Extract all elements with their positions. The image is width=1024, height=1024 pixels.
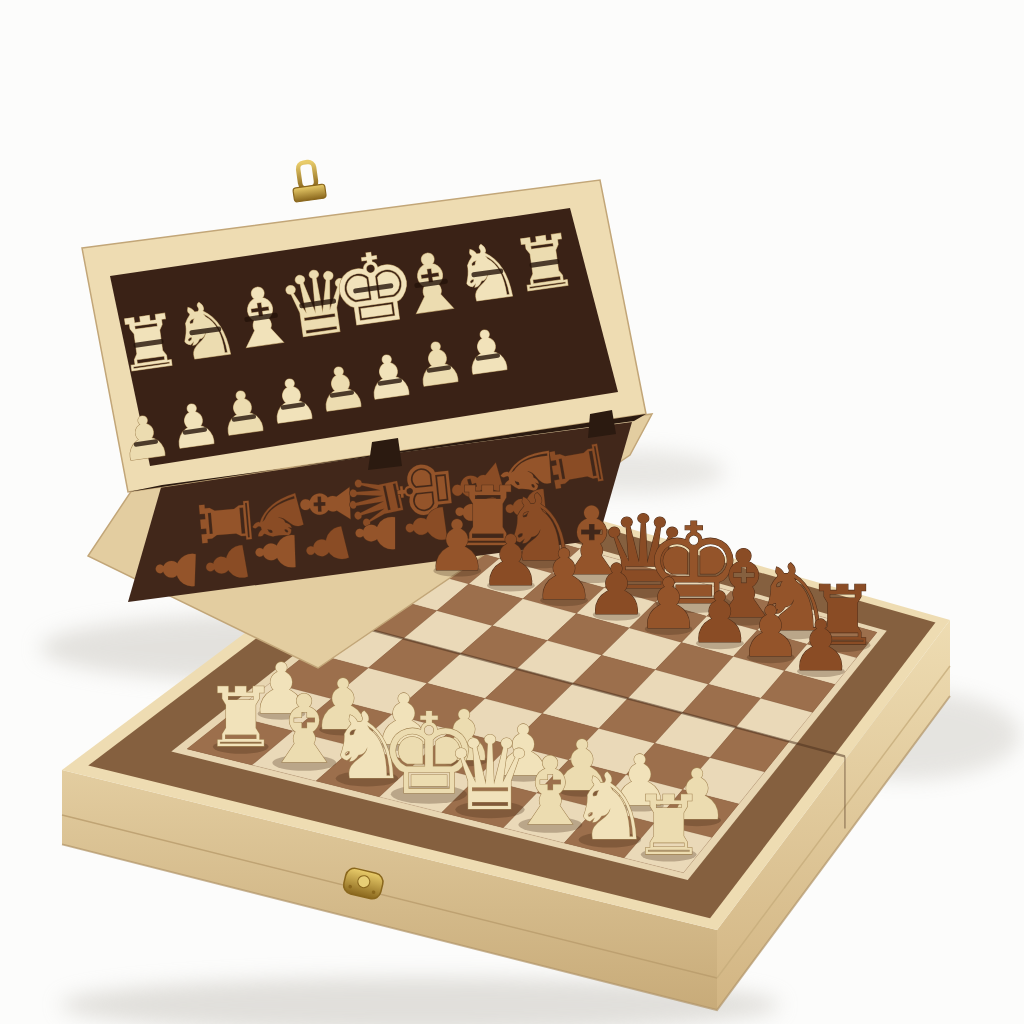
lid-light-r: ♜ xyxy=(507,217,583,309)
lid-light-pawn: ♟ xyxy=(457,315,518,390)
board-piece-light-r: ♜ xyxy=(632,778,706,873)
lid-light-pawn-glyph: ♟ xyxy=(457,315,518,390)
scene-canvas: ♜♞♝♛♚♝♞♜♟♟♟♟♟♟♟♟♜♞♝♛♚♝♞♜♟♟♟♟♟♟♟♟♜♞♝♛♚♝♞♜… xyxy=(0,0,1024,1024)
board-piece-dark-p: ♟ xyxy=(790,605,853,687)
chess-set-product-photo: ♜♞♝♛♚♝♞♜♟♟♟♟♟♟♟♟♜♞♝♛♚♝♞♜♟♟♟♟♟♟♟♟♜♞♝♛♚♝♞♜… xyxy=(0,0,1024,1024)
